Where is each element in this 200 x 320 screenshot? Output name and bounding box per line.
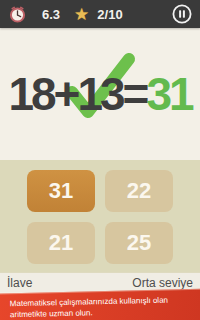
score-value: 2/10 [97, 7, 122, 22]
promo-banner[interactable]: Matematiksel çalışmalarınızda kullanışlı… [0, 288, 200, 320]
mode-label: İlave [7, 276, 32, 290]
alarm-clock-icon [9, 6, 26, 23]
pause-icon [171, 3, 193, 25]
star-icon: ★ [74, 6, 89, 23]
answer-grid: 31 22 21 25 [0, 160, 200, 272]
topbar: 6.3 ★ 2/10 [0, 0, 200, 28]
equation-area: 18+13=31 [0, 28, 200, 160]
level-label: Orta seviye [132, 276, 193, 290]
answer-button[interactable]: 31 [27, 170, 95, 212]
answer-button[interactable]: 22 [105, 170, 173, 212]
pause-button[interactable] [171, 3, 193, 25]
equation-expression: 18+13= [8, 67, 146, 121]
app-screen: 6.3 ★ 2/10 18+13=31 31 22 21 25 İlave Or… [0, 0, 200, 320]
timer-value: 6.3 [42, 7, 60, 22]
equation-answer: 31 [146, 67, 191, 121]
answer-button[interactable]: 21 [27, 222, 95, 264]
answer-button[interactable]: 25 [105, 222, 173, 264]
equation: 18+13=31 [0, 28, 200, 160]
